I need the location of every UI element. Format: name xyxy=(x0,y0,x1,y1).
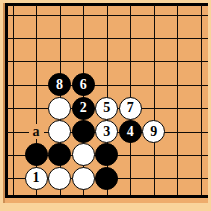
grid-line-vertical-9 xyxy=(201,5,202,195)
stone-black[interactable] xyxy=(95,167,118,190)
point-label-a[interactable]: a xyxy=(29,124,44,139)
board-bevel-left xyxy=(0,0,3,211)
stone-black-2[interactable]: 2 xyxy=(72,97,95,120)
stone-black[interactable] xyxy=(48,143,71,166)
stone-black[interactable] xyxy=(72,120,95,143)
stone-white[interactable] xyxy=(72,167,95,190)
stone-white-1[interactable]: 1 xyxy=(25,167,48,190)
stone-black-4[interactable]: 4 xyxy=(119,120,142,143)
board-bevel-bottom xyxy=(0,203,211,211)
board-bevel-top xyxy=(0,0,211,3)
board-edge-bottom xyxy=(2,195,211,198)
board-bevel-right xyxy=(208,0,211,211)
stone-white[interactable] xyxy=(48,97,71,120)
stone-white-3[interactable]: 3 xyxy=(95,120,118,143)
grid-line-horizontal-2 xyxy=(7,38,208,39)
stone-white-5[interactable]: 5 xyxy=(95,97,118,120)
stone-black[interactable] xyxy=(25,143,48,166)
grid-line-horizontal-1 xyxy=(7,15,208,16)
board-bevel-shadow-left xyxy=(3,3,5,203)
grid-line-horizontal-3 xyxy=(7,61,208,62)
grid-line-horizontal-4 xyxy=(7,85,208,86)
stone-white[interactable] xyxy=(72,143,95,166)
stone-white-7[interactable]: 7 xyxy=(119,97,142,120)
board-edge-left xyxy=(5,3,8,198)
grid-line-vertical-1 xyxy=(13,5,14,195)
stone-white[interactable] xyxy=(48,120,71,143)
go-board-diagram[interactable]: a862573491 xyxy=(0,0,211,211)
grid-line-vertical-7 xyxy=(154,5,155,195)
stone-white[interactable] xyxy=(48,167,71,190)
grid-line-vertical-8 xyxy=(177,5,178,195)
stone-white-9[interactable]: 9 xyxy=(142,120,165,143)
stone-black-6[interactable]: 6 xyxy=(72,73,95,96)
stone-black[interactable] xyxy=(95,143,118,166)
stone-black-8[interactable]: 8 xyxy=(48,73,71,96)
